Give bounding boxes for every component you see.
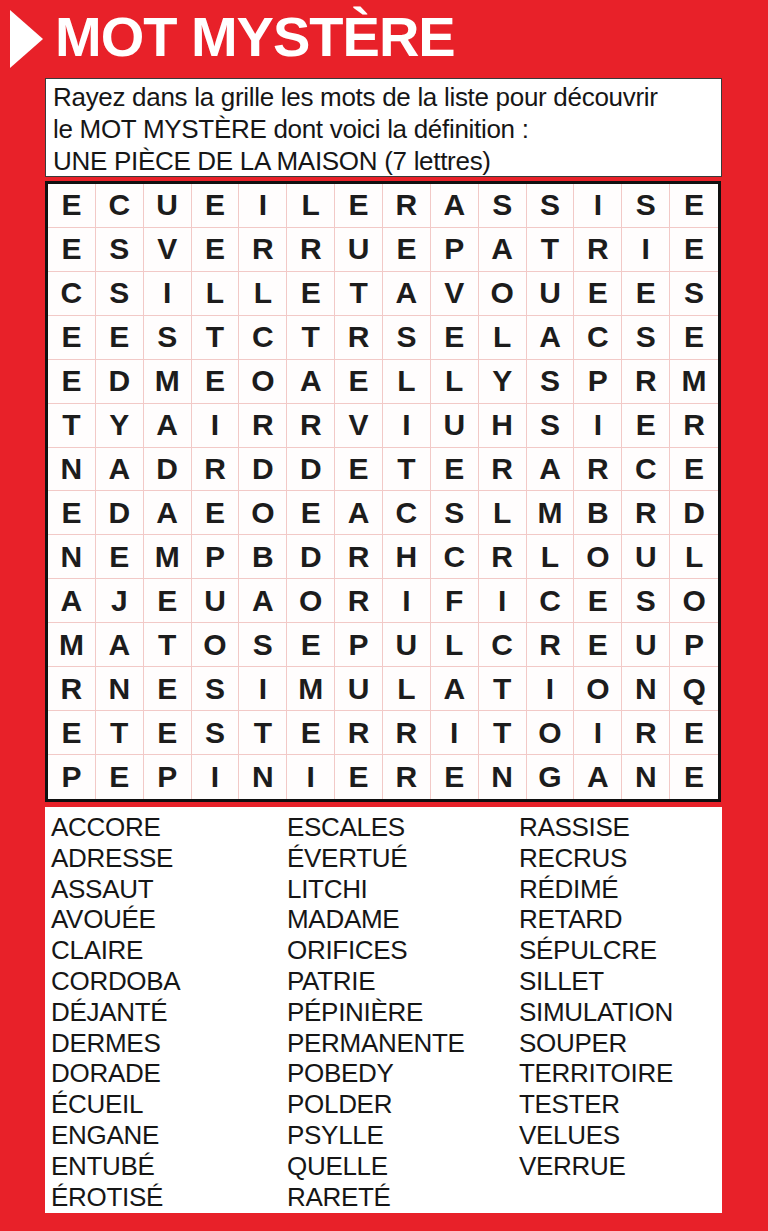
grid-cell-r4c3[interactable]: S	[144, 316, 192, 360]
grid-cell-r12c13[interactable]: N	[622, 667, 670, 711]
grid-cell-r7c9[interactable]: E	[431, 448, 479, 492]
grid-cell-r3c6[interactable]: E	[287, 272, 335, 316]
grid-cell-r6c1[interactable]: T	[48, 404, 96, 448]
word-item[interactable]: ENTUBÉ	[51, 1151, 287, 1182]
grid-cell-r5c12[interactable]: P	[574, 360, 622, 404]
grid-cell-r6c10[interactable]: H	[479, 404, 527, 448]
word-item[interactable]: LITCHI	[287, 874, 519, 905]
grid-cell-r1c11[interactable]: S	[527, 184, 575, 228]
word-item[interactable]: RASSISE	[519, 812, 722, 843]
word-item[interactable]: PSYLLE	[287, 1120, 519, 1151]
grid-cell-r8c7[interactable]: A	[335, 491, 383, 535]
grid-cell-r9c13[interactable]: U	[622, 535, 670, 579]
grid-cell-r5c5[interactable]: O	[239, 360, 287, 404]
grid-cell-r13c9[interactable]: I	[431, 711, 479, 755]
grid-cell-r7c10[interactable]: R	[479, 448, 527, 492]
grid-cell-r11c14[interactable]: P	[670, 623, 718, 667]
grid-cell-r11c4[interactable]: O	[192, 623, 240, 667]
grid-cell-r3c2[interactable]: S	[96, 272, 144, 316]
word-item[interactable]: PÉPINIÈRE	[287, 997, 519, 1028]
word-item[interactable]: SOUPER	[519, 1028, 722, 1059]
grid-cell-r2c7[interactable]: U	[335, 228, 383, 272]
grid-cell-r9c7[interactable]: R	[335, 535, 383, 579]
word-item[interactable]: RARETÉ	[287, 1182, 519, 1213]
grid-cell-r3c8[interactable]: A	[383, 272, 431, 316]
grid-cell-r8c5[interactable]: O	[239, 491, 287, 535]
grid-cell-r1c14[interactable]: E	[670, 184, 718, 228]
grid-cell-r9c10[interactable]: R	[479, 535, 527, 579]
grid-cell-r7c11[interactable]: A	[527, 448, 575, 492]
grid-cell-r12c11[interactable]: I	[527, 667, 575, 711]
grid-cell-r5c13[interactable]: R	[622, 360, 670, 404]
grid-cell-r5c4[interactable]: E	[192, 360, 240, 404]
grid-cell-r13c7[interactable]: R	[335, 711, 383, 755]
grid-cell-r13c10[interactable]: T	[479, 711, 527, 755]
grid-cell-r12c5[interactable]: I	[239, 667, 287, 711]
word-item[interactable]: ÉROTISÉ	[51, 1182, 287, 1213]
grid-cell-r2c6[interactable]: R	[287, 228, 335, 272]
grid-cell-r9c11[interactable]: L	[527, 535, 575, 579]
title-banner: MOT MYSTÈRE	[0, 0, 768, 78]
grid-cell-r7c2[interactable]: A	[96, 448, 144, 492]
grid-cell-r12c9[interactable]: A	[431, 667, 479, 711]
instruction-line-3: UNE PIÈCE DE LA MAISON (7 lettres)	[53, 145, 715, 177]
grid-cell-r6c8[interactable]: I	[383, 404, 431, 448]
word-item[interactable]: POBEDY	[287, 1058, 519, 1089]
grid-cell-r7c5[interactable]: D	[239, 448, 287, 492]
grid-cell-r6c11[interactable]: S	[527, 404, 575, 448]
grid-cell-r9c12[interactable]: O	[574, 535, 622, 579]
grid-cell-r9c14[interactable]: L	[670, 535, 718, 579]
grid-cell-r8c13[interactable]: R	[622, 491, 670, 535]
grid-cell-r10c14[interactable]: O	[670, 579, 718, 623]
word-item[interactable]: TESTER	[519, 1089, 722, 1120]
grid-cell-r13c4[interactable]: S	[192, 711, 240, 755]
word-list-column-3: RASSISERECRUSRÉDIMÉRETARDSÉPULCRESILLETS…	[519, 812, 722, 1213]
grid-cell-r1c4[interactable]: E	[192, 184, 240, 228]
grid-cell-r14c13[interactable]: N	[622, 755, 670, 799]
grid-cell-r1c5[interactable]: I	[239, 184, 287, 228]
page-frame: { "game": "mot-mystere-word-search", "he…	[0, 0, 768, 1231]
word-item[interactable]: ORIFICES	[287, 935, 519, 966]
grid-cell-r13c14[interactable]: E	[670, 711, 718, 755]
grid-cell-r13c13[interactable]: R	[622, 711, 670, 755]
grid-cell-r6c4[interactable]: I	[192, 404, 240, 448]
grid-cell-r11c5[interactable]: S	[239, 623, 287, 667]
grid-cell-r2c10[interactable]: A	[479, 228, 527, 272]
grid-cell-r14c8[interactable]: R	[383, 755, 431, 799]
grid-cell-r8c4[interactable]: E	[192, 491, 240, 535]
grid-cell-r5c11[interactable]: S	[527, 360, 575, 404]
grid-cell-r14c2[interactable]: E	[96, 755, 144, 799]
grid-cell-r11c10[interactable]: C	[479, 623, 527, 667]
grid-cell-r6c14[interactable]: R	[670, 404, 718, 448]
grid-cell-r6c6[interactable]: R	[287, 404, 335, 448]
grid-cell-r14c6[interactable]: I	[287, 755, 335, 799]
grid-cell-r10c1[interactable]: A	[48, 579, 96, 623]
grid-cell-r14c10[interactable]: N	[479, 755, 527, 799]
grid-cell-r5c3[interactable]: M	[144, 360, 192, 404]
grid-cell-r9c6[interactable]: D	[287, 535, 335, 579]
grid-cell-r4c6[interactable]: T	[287, 316, 335, 360]
grid-cell-r11c12[interactable]: E	[574, 623, 622, 667]
instruction-line-1: Rayez dans la grille les mots de la list…	[53, 81, 715, 113]
grid-cell-r8c9[interactable]: S	[431, 491, 479, 535]
word-item[interactable]: QUELLE	[287, 1151, 519, 1182]
word-item[interactable]: SIMULATION	[519, 997, 722, 1028]
grid-cell-r6c9[interactable]: U	[431, 404, 479, 448]
page-title: MOT MYSTÈRE	[55, 9, 455, 69]
word-item[interactable]: POLDER	[287, 1089, 519, 1120]
word-item[interactable]: PERMANENTE	[287, 1028, 519, 1059]
grid-cell-r12c3[interactable]: E	[144, 667, 192, 711]
grid-cell-r10c8[interactable]: I	[383, 579, 431, 623]
grid-cell-r4c13[interactable]: S	[622, 316, 670, 360]
word-item[interactable]: DÉJANTÉ	[51, 997, 287, 1028]
grid-cell-r4c7[interactable]: R	[335, 316, 383, 360]
grid-cell-r4c12[interactable]: C	[574, 316, 622, 360]
grid-cell-r7c14[interactable]: E	[670, 448, 718, 492]
grid-cell-r5c9[interactable]: L	[431, 360, 479, 404]
grid-cell-r2c12[interactable]: R	[574, 228, 622, 272]
grid-cell-r13c3[interactable]: E	[144, 711, 192, 755]
word-item[interactable]: TERRITOIRE	[519, 1058, 722, 1089]
grid-cell-r5c6[interactable]: A	[287, 360, 335, 404]
grid-cell-r1c8[interactable]: R	[383, 184, 431, 228]
grid-cell-r12c14[interactable]: Q	[670, 667, 718, 711]
instructions-box: Rayez dans la grille les mots de la list…	[45, 78, 722, 177]
grid-cell-r6c3[interactable]: A	[144, 404, 192, 448]
grid-cell-r4c4[interactable]: T	[192, 316, 240, 360]
grid-cell-r12c8[interactable]: L	[383, 667, 431, 711]
grid-cell-r10c4[interactable]: U	[192, 579, 240, 623]
grid-cell-r8c11[interactable]: M	[527, 491, 575, 535]
word-item[interactable]: SÉPULCRE	[519, 935, 722, 966]
word-list-column-2: ESCALESÉVERTUÉLITCHIMADAMEORIFICESPATRIE…	[287, 812, 519, 1213]
grid-cell-r11c3[interactable]: T	[144, 623, 192, 667]
word-item[interactable]: RECRUS	[519, 843, 722, 874]
grid-cell-r14c5[interactable]: N	[239, 755, 287, 799]
grid-cell-r10c10[interactable]: I	[479, 579, 527, 623]
grid-cell-r8c10[interactable]: L	[479, 491, 527, 535]
grid-cell-r13c5[interactable]: T	[239, 711, 287, 755]
grid-cell-r9c9[interactable]: C	[431, 535, 479, 579]
grid-cell-r13c1[interactable]: E	[48, 711, 96, 755]
grid-cell-r11c2[interactable]: A	[96, 623, 144, 667]
grid-cell-r9c1[interactable]: N	[48, 535, 96, 579]
grid-cell-r8c6[interactable]: E	[287, 491, 335, 535]
grid-cell-r10c9[interactable]: F	[431, 579, 479, 623]
grid-cell-r12c2[interactable]: N	[96, 667, 144, 711]
grid-cell-r10c5[interactable]: A	[239, 579, 287, 623]
grid-cell-r2c3[interactable]: V	[144, 228, 192, 272]
grid-cell-r3c3[interactable]: I	[144, 272, 192, 316]
instruction-line-2: le MOT MYSTÈRE dont voici la définition …	[53, 113, 715, 145]
grid-cell-r14c12[interactable]: A	[574, 755, 622, 799]
grid-cell-r12c10[interactable]: T	[479, 667, 527, 711]
grid-cell-r7c8[interactable]: T	[383, 448, 431, 492]
word-item[interactable]: ACCORE	[51, 812, 287, 843]
grid-cell-r11c7[interactable]: P	[335, 623, 383, 667]
grid-cell-r7c1[interactable]: N	[48, 448, 96, 492]
grid-cell-r14c9[interactable]: E	[431, 755, 479, 799]
grid-cell-r3c7[interactable]: T	[335, 272, 383, 316]
grid-cell-r13c8[interactable]: R	[383, 711, 431, 755]
grid-cell-r4c8[interactable]: S	[383, 316, 431, 360]
grid-cell-r11c1[interactable]: M	[48, 623, 96, 667]
grid-cell-r4c14[interactable]: E	[670, 316, 718, 360]
grid-cell-r2c4[interactable]: E	[192, 228, 240, 272]
grid-cell-r4c11[interactable]: A	[527, 316, 575, 360]
grid-cell-r5c8[interactable]: L	[383, 360, 431, 404]
grid-cell-r10c7[interactable]: R	[335, 579, 383, 623]
grid-cell-r5c1[interactable]: E	[48, 360, 96, 404]
grid-cell-r3c13[interactable]: E	[622, 272, 670, 316]
grid-cell-r3c12[interactable]: E	[574, 272, 622, 316]
grid-cell-r3c14[interactable]: S	[670, 272, 718, 316]
puzzle-grid: ECUEILERASSISEESVERRUEPATRIECSILLETAVOUE…	[45, 181, 721, 802]
grid-cell-r13c2[interactable]: T	[96, 711, 144, 755]
grid-cell-r2c2[interactable]: S	[96, 228, 144, 272]
grid-cell-r14c4[interactable]: I	[192, 755, 240, 799]
grid-cell-r8c8[interactable]: C	[383, 491, 431, 535]
grid-cell-r3c1[interactable]: C	[48, 272, 96, 316]
grid-cell-r12c7[interactable]: U	[335, 667, 383, 711]
grid-cell-r7c3[interactable]: D	[144, 448, 192, 492]
grid-cell-r13c12[interactable]: I	[574, 711, 622, 755]
grid-cell-r5c2[interactable]: D	[96, 360, 144, 404]
grid-cell-r6c5[interactable]: R	[239, 404, 287, 448]
grid-cell-r8c14[interactable]: D	[670, 491, 718, 535]
grid-cell-r9c4[interactable]: P	[192, 535, 240, 579]
grid-cell-r14c14[interactable]: E	[670, 755, 718, 799]
grid-cell-r5c7[interactable]: E	[335, 360, 383, 404]
grid-cell-r11c6[interactable]: E	[287, 623, 335, 667]
grid-cell-r4c9[interactable]: E	[431, 316, 479, 360]
grid-cell-r4c10[interactable]: L	[479, 316, 527, 360]
grid-cell-r3c11[interactable]: U	[527, 272, 575, 316]
grid-cell-r10c6[interactable]: O	[287, 579, 335, 623]
word-list-column-1: ACCOREADRESSEASSAUTAVOUÉECLAIRECORDOBADÉ…	[51, 812, 287, 1213]
word-item[interactable]: ASSAUT	[51, 874, 287, 905]
grid-cell-r10c3[interactable]: E	[144, 579, 192, 623]
word-item[interactable]: VELUES	[519, 1120, 722, 1151]
word-item[interactable]: MADAME	[287, 904, 519, 935]
grid-cell-r1c12[interactable]: I	[574, 184, 622, 228]
grid-cell-r2c9[interactable]: P	[431, 228, 479, 272]
grid-cell-r10c11[interactable]: C	[527, 579, 575, 623]
grid-cell-r7c13[interactable]: C	[622, 448, 670, 492]
word-item[interactable]: ESCALES	[287, 812, 519, 843]
grid-cell-r12c12[interactable]: O	[574, 667, 622, 711]
grid-cell-r1c6[interactable]: L	[287, 184, 335, 228]
grid-cell-r3c9[interactable]: V	[431, 272, 479, 316]
grid-cell-r9c8[interactable]: H	[383, 535, 431, 579]
grid-cell-r11c13[interactable]: U	[622, 623, 670, 667]
grid-cell-r9c2[interactable]: E	[96, 535, 144, 579]
grid-cell-r2c14[interactable]: E	[670, 228, 718, 272]
word-item[interactable]: PATRIE	[287, 966, 519, 997]
grid-cell-r11c8[interactable]: U	[383, 623, 431, 667]
word-item[interactable]: DERMES	[51, 1028, 287, 1059]
grid-cell-r2c1[interactable]: E	[48, 228, 96, 272]
word-list: ACCOREADRESSEASSAUTAVOUÉECLAIRECORDOBADÉ…	[45, 807, 722, 1213]
word-item[interactable]: AVOUÉE	[51, 904, 287, 935]
grid-cell-r1c3[interactable]: U	[144, 184, 192, 228]
grid-cell-r6c7[interactable]: V	[335, 404, 383, 448]
grid-cell-r4c2[interactable]: E	[96, 316, 144, 360]
grid-cell-r10c12[interactable]: E	[574, 579, 622, 623]
arrow-right-icon	[10, 10, 43, 68]
grid-cell-r5c10[interactable]: Y	[479, 360, 527, 404]
word-item[interactable]: CORDOBA	[51, 966, 287, 997]
word-item[interactable]: RÉDIMÉ	[519, 874, 722, 905]
word-item[interactable]: VERRUE	[519, 1151, 722, 1182]
word-item[interactable]: DORADE	[51, 1058, 287, 1089]
grid-cell-r10c13[interactable]: S	[622, 579, 670, 623]
grid-cell-r7c7[interactable]: E	[335, 448, 383, 492]
grid-cell-r8c2[interactable]: D	[96, 491, 144, 535]
grid-cell-r4c1[interactable]: E	[48, 316, 96, 360]
grid-cell-r8c1[interactable]: E	[48, 491, 96, 535]
word-item[interactable]: RETARD	[519, 904, 722, 935]
grid-cell-r14c1[interactable]: P	[48, 755, 96, 799]
grid-cell-r1c9[interactable]: A	[431, 184, 479, 228]
grid-cell-r9c3[interactable]: M	[144, 535, 192, 579]
grid-cell-r6c12[interactable]: I	[574, 404, 622, 448]
word-item[interactable]: ÉVERTUÉ	[287, 843, 519, 874]
grid-cell-r5c14[interactable]: M	[670, 360, 718, 404]
grid-cell-r8c3[interactable]: A	[144, 491, 192, 535]
grid-cell-r1c10[interactable]: S	[479, 184, 527, 228]
word-item[interactable]: CLAIRE	[51, 935, 287, 966]
grid-cell-r3c5[interactable]: L	[239, 272, 287, 316]
grid-cell-r6c13[interactable]: E	[622, 404, 670, 448]
grid-cell-r2c13[interactable]: I	[622, 228, 670, 272]
grid-cell-r10c2[interactable]: J	[96, 579, 144, 623]
word-item[interactable]: ENGANE	[51, 1120, 287, 1151]
grid-cell-r2c5[interactable]: R	[239, 228, 287, 272]
grid-cell-r12c1[interactable]: R	[48, 667, 96, 711]
grid-cell-r3c10[interactable]: O	[479, 272, 527, 316]
grid-cell-r7c4[interactable]: R	[192, 448, 240, 492]
grid-cell-r12c4[interactable]: S	[192, 667, 240, 711]
grid-cell-r11c11[interactable]: R	[527, 623, 575, 667]
grid-cell-r6c2[interactable]: Y	[96, 404, 144, 448]
grid-cell-r1c1[interactable]: E	[48, 184, 96, 228]
grid-cell-r1c7[interactable]: E	[335, 184, 383, 228]
grid-cell-r14c7[interactable]: E	[335, 755, 383, 799]
grid-cell-r14c11[interactable]: G	[527, 755, 575, 799]
word-item[interactable]: SILLET	[519, 966, 722, 997]
grid-cell-r12c6[interactable]: M	[287, 667, 335, 711]
grid-cell-r7c6[interactable]: D	[287, 448, 335, 492]
grid-cell-r2c8[interactable]: E	[383, 228, 431, 272]
grid-cell-r2c11[interactable]: T	[527, 228, 575, 272]
grid-cell-r13c11[interactable]: O	[527, 711, 575, 755]
grid-cell-r9c5[interactable]: B	[239, 535, 287, 579]
word-item[interactable]: ADRESSE	[51, 843, 287, 874]
grid-cell-r8c12[interactable]: B	[574, 491, 622, 535]
grid-cell-r11c9[interactable]: L	[431, 623, 479, 667]
grid-cell-r13c6[interactable]: E	[287, 711, 335, 755]
word-item[interactable]: ÉCUEIL	[51, 1089, 287, 1120]
grid-cell-r14c3[interactable]: P	[144, 755, 192, 799]
grid-cell-r4c5[interactable]: C	[239, 316, 287, 360]
grid-cell-r1c13[interactable]: S	[622, 184, 670, 228]
grid-cell-r3c4[interactable]: L	[192, 272, 240, 316]
grid-cell-r7c12[interactable]: R	[574, 448, 622, 492]
grid-cell-r1c2[interactable]: C	[96, 184, 144, 228]
